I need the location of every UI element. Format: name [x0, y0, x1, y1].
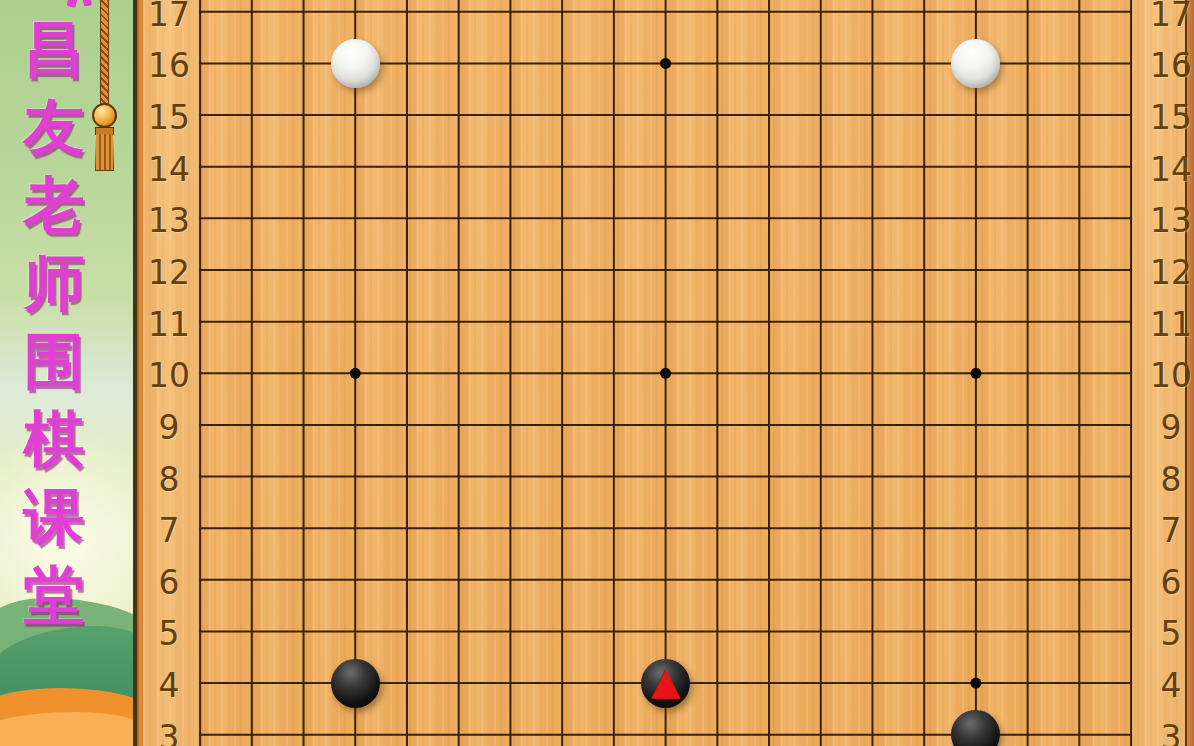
row-label-right-7: 7 — [1139, 511, 1194, 550]
row-label-right-5: 5 — [1139, 614, 1194, 653]
star-point-d10 — [350, 368, 361, 379]
last-move-triangle-marker: ▲ — [651, 662, 680, 700]
row-label-right-14: 14 — [1139, 149, 1194, 188]
star-point-q4 — [970, 678, 981, 689]
row-label-left-5: 5 — [137, 614, 201, 653]
row-label-right-4: 4 — [1139, 666, 1194, 705]
row-label-right-9: 9 — [1139, 407, 1194, 446]
row-label-right-17: 17 — [1139, 0, 1194, 33]
row-label-right-13: 13 — [1139, 201, 1194, 240]
row-label-left-6: 6 — [137, 562, 201, 601]
row-label-right-15: 15 — [1139, 98, 1194, 137]
row-label-left-8: 8 — [137, 459, 201, 498]
star-point-k16 — [660, 58, 671, 69]
row-label-right-16: 16 — [1139, 46, 1194, 85]
black-stone-d4[interactable] — [331, 659, 380, 708]
row-label-right-10: 10 — [1139, 356, 1194, 395]
row-label-right-6: 6 — [1139, 562, 1194, 601]
white-stone-q16[interactable] — [951, 39, 1000, 88]
row-label-right-8: 8 — [1139, 459, 1194, 498]
row-label-left-17: 17 — [137, 0, 201, 33]
row-label-left-7: 7 — [137, 511, 201, 550]
black-stone-k4[interactable]: ▲ — [641, 659, 690, 708]
star-point-q10 — [970, 368, 981, 379]
row-label-right-3: 3 — [1139, 717, 1194, 746]
row-label-left-13: 13 — [137, 201, 201, 240]
row-label-left-15: 15 — [137, 98, 201, 137]
row-label-left-12: 12 — [137, 253, 201, 292]
row-label-left-9: 9 — [137, 407, 201, 446]
star-point-k10 — [660, 368, 671, 379]
row-label-left-14: 14 — [137, 149, 201, 188]
row-label-left-16: 16 — [137, 46, 201, 85]
row-label-left-4: 4 — [137, 666, 201, 705]
row-label-right-11: 11 — [1139, 304, 1194, 343]
white-stone-d16[interactable] — [331, 39, 380, 88]
row-label-left-3: 3 — [137, 717, 201, 746]
row-label-left-11: 11 — [137, 304, 201, 343]
row-label-right-12: 12 — [1139, 253, 1194, 292]
go-lesson-screen: 昌友老师围棋课堂 1717161615151414131312121111101… — [0, 0, 1194, 746]
row-label-left-10: 10 — [137, 356, 201, 395]
